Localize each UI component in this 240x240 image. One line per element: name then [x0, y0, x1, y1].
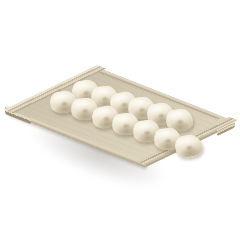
product-photo: [0, 0, 240, 240]
dumpling-front-7: [173, 133, 204, 160]
